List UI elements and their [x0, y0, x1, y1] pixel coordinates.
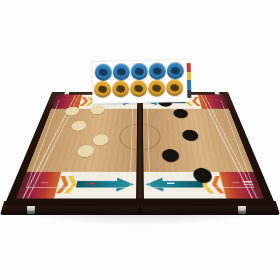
- yellow-spare-puck: [166, 79, 183, 96]
- spare-pucks-card: [92, 59, 191, 104]
- card-edge-print: [187, 63, 192, 98]
- cream-wood-puck[interactable]: ●: [75, 142, 97, 158]
- black-wood-puck[interactable]: ●: [190, 164, 214, 183]
- board-top-surface: ●●●●●: [4, 92, 276, 206]
- spare-row-yellow: [94, 79, 184, 99]
- right-pucks-area: ●●●●●: [143, 95, 264, 199]
- blue-spare-puck: [167, 62, 184, 79]
- puck-logo-print: [134, 67, 144, 76]
- puck-logo-print: [152, 67, 162, 76]
- puck-logo-print: [115, 85, 125, 94]
- blue-spare-puck: [131, 63, 148, 80]
- latch-right: [238, 205, 246, 214]
- black-wood-puck[interactable]: ●: [180, 127, 200, 141]
- black-wood-puck[interactable]: ●: [172, 107, 190, 119]
- cream-wood-puck[interactable]: ●: [69, 118, 89, 131]
- blue-spare-puck: [149, 62, 166, 79]
- left-pucks-area: ●●●●●: [16, 95, 137, 199]
- playing-surface: ●●●●●: [16, 95, 264, 199]
- blue-spare-puck: [95, 64, 112, 81]
- yellow-spare-puck: [148, 79, 165, 96]
- yellow-spare-puck: [130, 80, 147, 97]
- puck-logo-print: [133, 84, 143, 93]
- cream-wood-puck[interactable]: ●: [63, 104, 82, 115]
- yellow-spare-puck: [94, 81, 111, 98]
- puck-logo-print: [169, 83, 179, 92]
- product-photo: ●●●●●: [0, 0, 280, 280]
- puck-logo-print: [170, 66, 180, 75]
- left-half: ●●●●●: [16, 95, 137, 199]
- cream-wood-puck[interactable]: ●: [88, 104, 106, 115]
- latch-left: [27, 205, 35, 214]
- blue-spare-puck: [113, 63, 130, 80]
- puck-logo-print: [98, 68, 108, 77]
- puck-logo-print: [116, 68, 126, 77]
- black-wood-puck[interactable]: ●: [160, 146, 181, 162]
- puck-logo-print: [151, 84, 161, 93]
- yellow-spare-puck: [112, 80, 129, 97]
- right-half: ●●●●●: [143, 95, 264, 199]
- puck-logo-print: [97, 85, 107, 94]
